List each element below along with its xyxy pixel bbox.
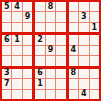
cell-r2c6-empty[interactable] [56, 12, 65, 21]
sudoku-box-1-2: 4 [69, 35, 99, 65]
cell-r8c6-empty[interactable] [56, 79, 65, 88]
cell-r8c1-given[interactable]: 7 [2, 79, 11, 88]
cell-r8c7-empty[interactable] [69, 79, 78, 88]
cell-r9c4-empty[interactable] [35, 90, 44, 99]
cell-r6c2-empty[interactable] [12, 56, 21, 65]
cell-r4c7-empty[interactable] [69, 35, 78, 44]
cell-r5c7-given[interactable]: 4 [69, 46, 78, 55]
cell-r8c4-given[interactable]: 1 [35, 79, 44, 88]
cell-r1c8-empty[interactable] [79, 2, 88, 11]
cell-r9c1-empty[interactable] [2, 90, 11, 99]
sudoku-box-2-2: 84 [69, 69, 99, 99]
cell-r6c9-empty[interactable] [90, 56, 99, 65]
cell-r7c7-given[interactable]: 8 [69, 69, 78, 78]
cell-r8c5-empty[interactable] [46, 79, 55, 88]
cell-r6c1-empty[interactable] [2, 56, 11, 65]
cell-r2c5-empty[interactable] [46, 12, 55, 21]
cell-r7c9-empty[interactable] [90, 69, 99, 78]
cell-r1c5-given[interactable]: 8 [46, 2, 55, 11]
cell-r7c1-given[interactable]: 3 [2, 69, 11, 78]
sudoku-box-0-1: 8 [35, 2, 65, 32]
cell-r4c3-empty[interactable] [23, 35, 32, 44]
cell-r7c6-empty[interactable] [56, 69, 65, 78]
cell-r4c5-empty[interactable] [46, 35, 55, 44]
cell-r2c9-empty[interactable] [90, 12, 99, 21]
cell-r9c3-empty[interactable] [23, 90, 32, 99]
cell-r9c7-empty[interactable] [69, 90, 78, 99]
cell-r6c7-empty[interactable] [69, 56, 78, 65]
cell-r8c2-empty[interactable] [12, 79, 21, 88]
cell-r4c1-given[interactable]: 6 [2, 35, 11, 44]
cell-r7c8-empty[interactable] [79, 69, 88, 78]
sudoku-box-0-2: 31 [69, 2, 99, 32]
cell-r3c9-given[interactable]: 1 [90, 23, 99, 32]
cell-r4c2-given[interactable]: 1 [12, 35, 21, 44]
cell-r4c8-empty[interactable] [79, 35, 88, 44]
sudoku-box-1-1: 29 [35, 35, 65, 65]
sudoku-board: 54983161294376184 [0, 0, 101, 101]
cell-r1c7-empty[interactable] [69, 2, 78, 11]
cell-r9c5-empty[interactable] [46, 90, 55, 99]
cell-r7c2-empty[interactable] [12, 69, 21, 78]
cell-r6c8-empty[interactable] [79, 56, 88, 65]
cell-r1c6-empty[interactable] [56, 2, 65, 11]
cell-r8c8-empty[interactable] [79, 79, 88, 88]
cell-r9c9-empty[interactable] [90, 90, 99, 99]
cell-r2c4-empty[interactable] [35, 12, 44, 21]
cell-r6c5-empty[interactable] [46, 56, 55, 65]
cell-r5c2-empty[interactable] [12, 46, 21, 55]
cell-r4c6-empty[interactable] [56, 35, 65, 44]
cell-r2c2-empty[interactable] [12, 12, 21, 21]
cell-r9c6-empty[interactable] [56, 90, 65, 99]
cell-r3c8-empty[interactable] [79, 23, 88, 32]
cell-r9c8-given[interactable]: 4 [79, 90, 88, 99]
cell-r8c3-empty[interactable] [23, 79, 32, 88]
cell-r3c7-empty[interactable] [69, 23, 78, 32]
cell-r1c1-given[interactable]: 5 [2, 2, 11, 11]
sudoku-box-2-1: 61 [35, 69, 65, 99]
cell-r5c9-empty[interactable] [90, 46, 99, 55]
cell-r3c6-empty[interactable] [56, 23, 65, 32]
cell-r4c9-empty[interactable] [90, 35, 99, 44]
cell-r2c1-empty[interactable] [2, 12, 11, 21]
cell-r6c6-empty[interactable] [56, 56, 65, 65]
cell-r5c1-empty[interactable] [2, 46, 11, 55]
cell-r5c4-empty[interactable] [35, 46, 44, 55]
cell-r8c9-empty[interactable] [90, 79, 99, 88]
cell-r3c5-empty[interactable] [46, 23, 55, 32]
cell-r6c4-empty[interactable] [35, 56, 44, 65]
cell-r3c2-empty[interactable] [12, 23, 21, 32]
cell-r3c3-empty[interactable] [23, 23, 32, 32]
cell-r5c6-empty[interactable] [56, 46, 65, 55]
cell-r2c7-empty[interactable] [69, 12, 78, 21]
cell-r1c2-given[interactable]: 4 [12, 2, 21, 11]
cell-r1c9-empty[interactable] [90, 2, 99, 11]
cell-r3c4-empty[interactable] [35, 23, 44, 32]
cell-r1c3-empty[interactable] [23, 2, 32, 11]
cell-r2c3-given[interactable]: 9 [23, 12, 32, 21]
sudoku-box-2-0: 37 [2, 69, 32, 99]
sudoku-box-0-0: 549 [2, 2, 32, 32]
cell-r7c5-empty[interactable] [46, 69, 55, 78]
cell-r7c4-given[interactable]: 6 [35, 69, 44, 78]
cell-r1c4-empty[interactable] [35, 2, 44, 11]
cell-r9c2-empty[interactable] [12, 90, 21, 99]
cell-r5c8-empty[interactable] [79, 46, 88, 55]
cell-r5c5-given[interactable]: 9 [46, 46, 55, 55]
cell-r7c3-empty[interactable] [23, 69, 32, 78]
cell-r3c1-empty[interactable] [2, 23, 11, 32]
cell-r4c4-given[interactable]: 2 [35, 35, 44, 44]
sudoku-box-1-0: 61 [2, 35, 32, 65]
cell-r2c8-given[interactable]: 3 [79, 12, 88, 21]
cell-r5c3-empty[interactable] [23, 46, 32, 55]
cell-r6c3-empty[interactable] [23, 56, 32, 65]
